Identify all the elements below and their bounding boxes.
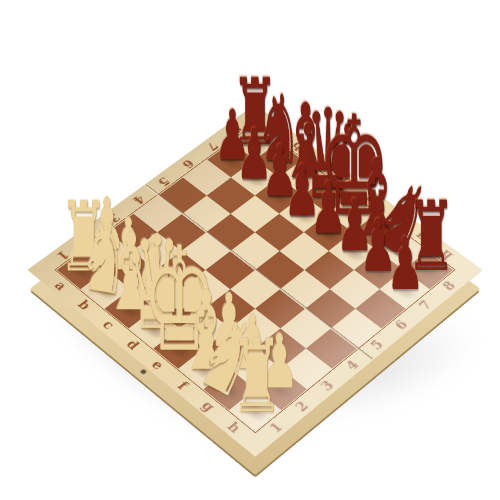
chess-set-photo: abcdefgh8♜♞♝♛♚♝♞♜87♟♟♟♟♟♟♟♟7665544332♟♟♟… xyxy=(0,0,500,500)
piece-white-rook[interactable]: ♜ xyxy=(231,326,283,427)
scene: abcdefgh8♜♞♝♛♚♝♞♜87♟♟♟♟♟♟♟♟7665544332♟♟♟… xyxy=(0,0,500,500)
piece-black-pawn[interactable]: ♟ xyxy=(386,227,424,299)
chess-board-grid: abcdefgh8♜♞♝♛♚♝♞♜87♟♟♟♟♟♟♟♟7665544332♟♟♟… xyxy=(27,104,482,457)
folding-chess-board: abcdefgh8♜♞♝♛♚♝♞♜87♟♟♟♟♟♟♟♟7665544332♟♟♟… xyxy=(27,104,482,457)
